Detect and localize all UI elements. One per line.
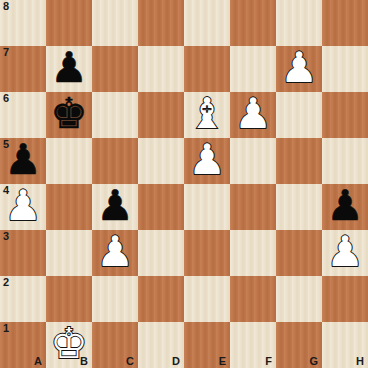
square-f2[interactable] [230, 276, 276, 322]
square-g4[interactable] [276, 184, 322, 230]
file-label-f: F [265, 355, 272, 367]
square-f4[interactable] [230, 184, 276, 230]
square-d3[interactable] [138, 230, 184, 276]
square-e3[interactable] [184, 230, 230, 276]
square-b5[interactable] [46, 138, 92, 184]
square-c7[interactable] [92, 46, 138, 92]
piece-white-pawn: ♟ [326, 229, 364, 275]
square-h6[interactable] [322, 92, 368, 138]
square-b4[interactable] [46, 184, 92, 230]
square-c3[interactable]: ♟ [92, 230, 138, 276]
square-f5[interactable] [230, 138, 276, 184]
square-e7[interactable] [184, 46, 230, 92]
piece-black-pawn: ♟ [96, 183, 134, 229]
piece-white-pawn: ♟ [188, 137, 226, 183]
square-b3[interactable] [46, 230, 92, 276]
square-c5[interactable] [92, 138, 138, 184]
square-e8[interactable] [184, 0, 230, 46]
chess-board: 87♟♟6♚♝♟5♟♟4♟♟♟3♟♟21AB♚CDEFGH [0, 0, 368, 368]
square-h4[interactable]: ♟ [322, 184, 368, 230]
square-d1[interactable]: D [138, 322, 184, 368]
rank-label-6: 6 [3, 92, 9, 105]
square-g2[interactable] [276, 276, 322, 322]
square-h5[interactable] [322, 138, 368, 184]
square-a1[interactable]: 1A [0, 322, 46, 368]
square-f8[interactable] [230, 0, 276, 46]
rank-label-3: 3 [3, 230, 9, 243]
square-a7[interactable]: 7 [0, 46, 46, 92]
square-g1[interactable]: G [276, 322, 322, 368]
square-g8[interactable] [276, 0, 322, 46]
square-b7[interactable]: ♟ [46, 46, 92, 92]
square-b1[interactable]: B♚ [46, 322, 92, 368]
file-label-g: G [309, 355, 318, 367]
piece-white-pawn: ♟ [96, 229, 134, 275]
square-g7[interactable]: ♟ [276, 46, 322, 92]
square-f1[interactable]: F [230, 322, 276, 368]
rank-label-8: 8 [3, 0, 9, 13]
piece-white-king: ♚ [50, 321, 88, 367]
piece-black-king: ♚ [50, 91, 88, 137]
square-a5[interactable]: 5♟ [0, 138, 46, 184]
square-b6[interactable]: ♚ [46, 92, 92, 138]
square-d2[interactable] [138, 276, 184, 322]
square-d6[interactable] [138, 92, 184, 138]
file-label-c: C [126, 355, 134, 367]
square-d8[interactable] [138, 0, 184, 46]
piece-white-bishop: ♝ [188, 91, 226, 137]
square-e5[interactable]: ♟ [184, 138, 230, 184]
square-g5[interactable] [276, 138, 322, 184]
rank-label-7: 7 [3, 46, 9, 59]
square-f6[interactable]: ♟ [230, 92, 276, 138]
square-a4[interactable]: 4♟ [0, 184, 46, 230]
rank-label-1: 1 [3, 322, 9, 335]
file-label-h: H [356, 355, 364, 367]
square-g3[interactable] [276, 230, 322, 276]
square-b8[interactable] [46, 0, 92, 46]
square-h7[interactable] [322, 46, 368, 92]
square-a8[interactable]: 8 [0, 0, 46, 46]
piece-black-pawn: ♟ [4, 137, 42, 183]
square-d7[interactable] [138, 46, 184, 92]
square-b2[interactable] [46, 276, 92, 322]
square-c8[interactable] [92, 0, 138, 46]
file-label-d: D [172, 355, 180, 367]
chess-diagram: 87♟♟6♚♝♟5♟♟4♟♟♟3♟♟21AB♚CDEFGH [0, 0, 368, 368]
square-c6[interactable] [92, 92, 138, 138]
piece-white-pawn: ♟ [234, 91, 272, 137]
square-h1[interactable]: H [322, 322, 368, 368]
square-c1[interactable]: C [92, 322, 138, 368]
piece-white-pawn: ♟ [280, 45, 318, 91]
rank-label-2: 2 [3, 276, 9, 289]
square-e6[interactable]: ♝ [184, 92, 230, 138]
square-d4[interactable] [138, 184, 184, 230]
square-g6[interactable] [276, 92, 322, 138]
square-h8[interactable] [322, 0, 368, 46]
square-a3[interactable]: 3 [0, 230, 46, 276]
square-f7[interactable] [230, 46, 276, 92]
square-h2[interactable] [322, 276, 368, 322]
square-e2[interactable] [184, 276, 230, 322]
file-label-a: A [34, 355, 42, 367]
square-c2[interactable] [92, 276, 138, 322]
square-a6[interactable]: 6 [0, 92, 46, 138]
square-h3[interactable]: ♟ [322, 230, 368, 276]
square-f3[interactable] [230, 230, 276, 276]
piece-black-pawn: ♟ [50, 45, 88, 91]
piece-black-pawn: ♟ [326, 183, 364, 229]
square-d5[interactable] [138, 138, 184, 184]
square-e1[interactable]: E [184, 322, 230, 368]
square-c4[interactable]: ♟ [92, 184, 138, 230]
file-label-e: E [219, 355, 226, 367]
square-a2[interactable]: 2 [0, 276, 46, 322]
square-e4[interactable] [184, 184, 230, 230]
piece-white-pawn: ♟ [4, 183, 42, 229]
